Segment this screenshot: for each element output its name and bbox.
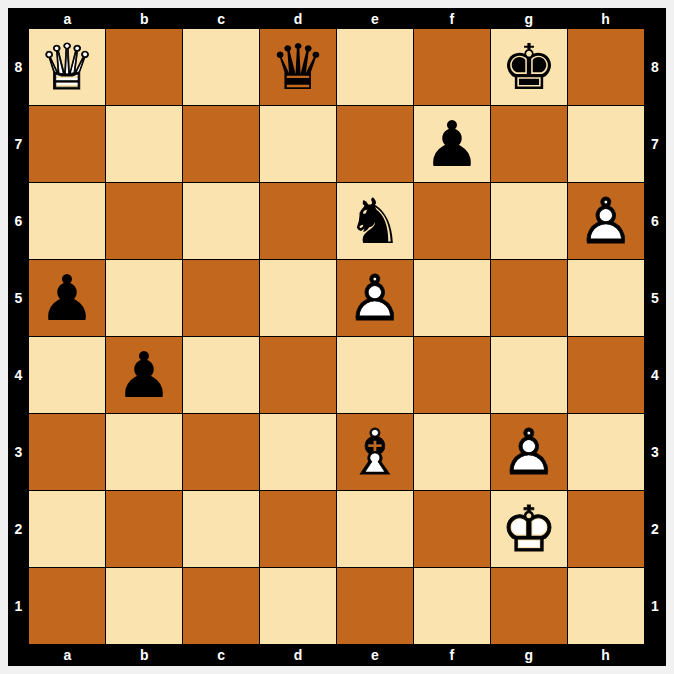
square-g5[interactable] — [491, 260, 567, 336]
black-knight-piece[interactable]: ♞ — [337, 183, 413, 259]
square-a8[interactable]: ♛♕ — [29, 29, 105, 105]
rank-label-left-7: 7 — [8, 106, 29, 183]
black-queen-piece[interactable]: ♛ — [260, 29, 336, 105]
square-a4[interactable] — [29, 337, 105, 413]
file-label-top-c: c — [183, 8, 260, 29]
square-h3[interactable] — [568, 414, 644, 490]
square-f7[interactable]: ♟ — [414, 106, 490, 182]
square-b1[interactable] — [106, 568, 182, 644]
square-d6[interactable] — [260, 183, 336, 259]
file-label-top-f: f — [413, 8, 490, 29]
square-f6[interactable] — [414, 183, 490, 259]
square-b4[interactable]: ♟ — [106, 337, 182, 413]
file-label-top-a: a — [29, 8, 106, 29]
white-bishop-piece[interactable]: ♝♗ — [337, 414, 413, 490]
piece-outline: ♙ — [337, 260, 413, 336]
rank-label-left-1: 1 — [8, 567, 29, 644]
file-label-bottom-h: h — [567, 644, 644, 666]
square-d8[interactable]: ♛ — [260, 29, 336, 105]
square-f8[interactable] — [414, 29, 490, 105]
piece-outline: ♙ — [491, 414, 567, 490]
rank-labels-left: 87654321 — [8, 29, 29, 644]
black-pawn-piece[interactable]: ♟ — [29, 260, 105, 336]
square-d3[interactable] — [260, 414, 336, 490]
rank-label-left-4: 4 — [8, 337, 29, 414]
square-b5[interactable] — [106, 260, 182, 336]
rank-label-right-8: 8 — [644, 29, 666, 106]
square-f1[interactable] — [414, 568, 490, 644]
file-label-bottom-g: g — [490, 644, 567, 666]
square-h8[interactable] — [568, 29, 644, 105]
square-f2[interactable] — [414, 491, 490, 567]
file-label-top-b: b — [106, 8, 183, 29]
black-king-piece[interactable]: ♚ — [491, 29, 567, 105]
square-a2[interactable] — [29, 491, 105, 567]
file-labels-top: abcdefgh — [29, 8, 644, 29]
square-f3[interactable] — [414, 414, 490, 490]
white-king-piece[interactable]: ♚♔ — [491, 491, 567, 567]
file-label-top-d: d — [260, 8, 337, 29]
rank-label-right-4: 4 — [644, 337, 666, 414]
square-b8[interactable] — [106, 29, 182, 105]
square-h4[interactable] — [568, 337, 644, 413]
rank-label-left-8: 8 — [8, 29, 29, 106]
file-label-bottom-b: b — [106, 644, 183, 666]
square-a1[interactable] — [29, 568, 105, 644]
file-label-top-e: e — [337, 8, 414, 29]
square-e7[interactable] — [337, 106, 413, 182]
file-label-bottom-d: d — [260, 644, 337, 666]
square-e2[interactable] — [337, 491, 413, 567]
square-c8[interactable] — [183, 29, 259, 105]
square-e6[interactable]: ♞ — [337, 183, 413, 259]
square-d4[interactable] — [260, 337, 336, 413]
piece-outline: ♗ — [337, 414, 413, 490]
square-d5[interactable] — [260, 260, 336, 336]
white-queen-piece[interactable]: ♛♕ — [29, 29, 105, 105]
file-label-bottom-a: a — [29, 644, 106, 666]
rank-label-left-3: 3 — [8, 413, 29, 490]
square-a6[interactable] — [29, 183, 105, 259]
square-d2[interactable] — [260, 491, 336, 567]
file-label-bottom-f: f — [413, 644, 490, 666]
rank-label-left-2: 2 — [8, 490, 29, 567]
square-g6[interactable] — [491, 183, 567, 259]
square-b2[interactable] — [106, 491, 182, 567]
square-c5[interactable] — [183, 260, 259, 336]
rank-label-right-2: 2 — [644, 490, 666, 567]
white-pawn-piece[interactable]: ♟♙ — [568, 183, 644, 259]
square-b7[interactable] — [106, 106, 182, 182]
square-e1[interactable] — [337, 568, 413, 644]
board-frame: abcdefgh abcdefgh 87654321 87654321 ♛♕♛♚… — [8, 8, 666, 666]
square-f4[interactable] — [414, 337, 490, 413]
square-h6[interactable]: ♟♙ — [568, 183, 644, 259]
square-h1[interactable] — [568, 568, 644, 644]
piece-outline: ♔ — [491, 491, 567, 567]
square-g4[interactable] — [491, 337, 567, 413]
file-label-top-h: h — [567, 8, 644, 29]
file-label-bottom-e: e — [337, 644, 414, 666]
square-c6[interactable] — [183, 183, 259, 259]
rank-labels-right: 87654321 — [644, 29, 666, 644]
file-label-top-g: g — [490, 8, 567, 29]
square-e5[interactable]: ♟♙ — [337, 260, 413, 336]
square-c7[interactable] — [183, 106, 259, 182]
square-h5[interactable] — [568, 260, 644, 336]
square-f5[interactable] — [414, 260, 490, 336]
black-pawn-piece[interactable]: ♟ — [106, 337, 182, 413]
square-c2[interactable] — [183, 491, 259, 567]
rank-label-right-7: 7 — [644, 106, 666, 183]
square-a5[interactable]: ♟ — [29, 260, 105, 336]
rank-label-right-5: 5 — [644, 260, 666, 337]
square-h2[interactable] — [568, 491, 644, 567]
square-a7[interactable] — [29, 106, 105, 182]
rank-label-left-6: 6 — [8, 183, 29, 260]
rank-label-left-5: 5 — [8, 260, 29, 337]
file-label-bottom-c: c — [183, 644, 260, 666]
white-pawn-piece[interactable]: ♟♙ — [337, 260, 413, 336]
square-g1[interactable] — [491, 568, 567, 644]
square-e8[interactable] — [337, 29, 413, 105]
square-c1[interactable] — [183, 568, 259, 644]
square-b3[interactable] — [106, 414, 182, 490]
black-pawn-piece[interactable]: ♟ — [414, 106, 490, 182]
piece-outline: ♙ — [568, 183, 644, 259]
square-d7[interactable] — [260, 106, 336, 182]
square-g8[interactable]: ♚ — [491, 29, 567, 105]
square-c4[interactable] — [183, 337, 259, 413]
square-d1[interactable] — [260, 568, 336, 644]
square-c3[interactable] — [183, 414, 259, 490]
chess-board: ♛♕♛♚♟♞♟♙♟♟♙♟♝♗♟♙♚♔ — [29, 29, 644, 644]
square-h7[interactable] — [568, 106, 644, 182]
file-labels-bottom: abcdefgh — [29, 644, 644, 666]
piece-outline: ♕ — [29, 29, 105, 105]
white-pawn-piece[interactable]: ♟♙ — [491, 414, 567, 490]
rank-label-right-1: 1 — [644, 567, 666, 644]
rank-label-right-6: 6 — [644, 183, 666, 260]
chess-diagram-page: abcdefgh abcdefgh 87654321 87654321 ♛♕♛♚… — [0, 0, 674, 674]
square-e4[interactable] — [337, 337, 413, 413]
square-g2[interactable]: ♚♔ — [491, 491, 567, 567]
square-e3[interactable]: ♝♗ — [337, 414, 413, 490]
rank-label-right-3: 3 — [644, 413, 666, 490]
square-g3[interactable]: ♟♙ — [491, 414, 567, 490]
square-a3[interactable] — [29, 414, 105, 490]
square-b6[interactable] — [106, 183, 182, 259]
square-g7[interactable] — [491, 106, 567, 182]
